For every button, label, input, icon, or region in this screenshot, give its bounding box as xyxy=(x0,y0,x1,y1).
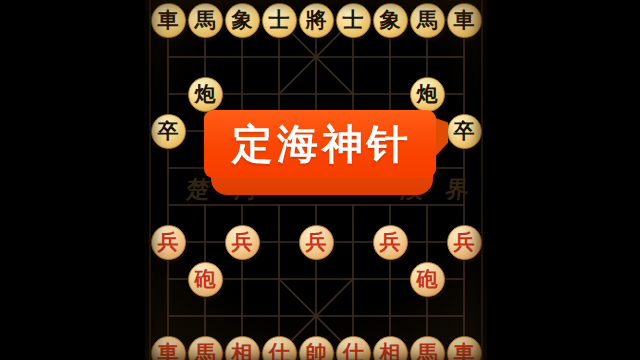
piece-red-soldier[interactable]: 兵 xyxy=(225,225,260,260)
piece-red-soldier[interactable]: 兵 xyxy=(151,225,186,260)
piece-black-advisor[interactable]: 士 xyxy=(262,3,297,38)
piece-red-cannon[interactable]: 砲 xyxy=(188,262,223,297)
piece-black-elephant[interactable]: 象 xyxy=(225,3,260,38)
piece-black-chariot[interactable]: 車 xyxy=(447,3,482,38)
piece-red-soldier[interactable]: 兵 xyxy=(299,225,334,260)
video-frame: 楚 河 漢 界 車馬象士將士象馬車炮炮卒卒卒卒卒兵兵兵兵兵砲砲車馬相仕帥仕相馬車… xyxy=(0,0,640,360)
piece-red-cannon[interactable]: 砲 xyxy=(410,262,445,297)
piece-black-cannon[interactable]: 炮 xyxy=(188,77,223,112)
letterbox-right xyxy=(487,0,640,360)
piece-black-cannon[interactable]: 炮 xyxy=(410,77,445,112)
caption-text: 定海神针 xyxy=(228,117,412,172)
banner-plate: 定海神针 xyxy=(204,110,436,178)
letterbox-left xyxy=(0,0,145,360)
piece-black-soldier[interactable]: 卒 xyxy=(151,114,186,149)
piece-black-general[interactable]: 將 xyxy=(299,3,334,38)
piece-red-soldier[interactable]: 兵 xyxy=(373,225,408,260)
river-char-jie: 界 xyxy=(440,174,473,205)
piece-black-chariot[interactable]: 車 xyxy=(151,3,186,38)
piece-black-advisor[interactable]: 士 xyxy=(336,3,371,38)
piece-black-horse[interactable]: 馬 xyxy=(410,3,445,38)
piece-red-soldier[interactable]: 兵 xyxy=(447,225,482,260)
river-char-chu: 楚 xyxy=(181,174,214,205)
piece-black-horse[interactable]: 馬 xyxy=(188,3,223,38)
piece-black-soldier[interactable]: 卒 xyxy=(447,114,482,149)
piece-black-elephant[interactable]: 象 xyxy=(373,3,408,38)
